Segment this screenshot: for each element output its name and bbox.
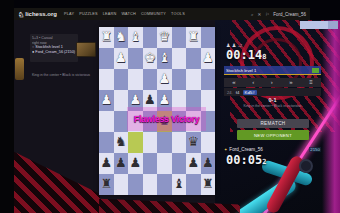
square-c2[interactable] (172, 48, 187, 69)
white-clock-tenths: 8 (262, 53, 266, 61)
rematch-button[interactable]: REMATCH (237, 119, 309, 128)
move-navigation-bar: «‹›»≡ (224, 78, 321, 87)
white-clock-time: 00:14 (226, 48, 262, 62)
search-icon[interactable]: ⌕ (251, 12, 254, 17)
new-opponent-button[interactable]: NEW OPPONENT (237, 130, 309, 140)
piece-black-queen[interactable]: ♛ (186, 132, 201, 153)
square-g3[interactable] (114, 69, 129, 90)
square-f7[interactable]: ♟ (128, 153, 143, 174)
piece-black-bishop[interactable]: ♝ (172, 174, 187, 195)
square-h5[interactable] (99, 111, 114, 132)
piece-white-pawn[interactable]: ♟ (201, 48, 216, 69)
lichess-knight-icon: ♘ (18, 11, 24, 18)
flawless-victory-text: Flawless Victory (134, 114, 200, 124)
square-g7[interactable]: ♟ (114, 153, 129, 174)
square-g5[interactable] (114, 111, 129, 132)
move-list-row: 24. f4 Kd5# (224, 88, 321, 96)
square-a1[interactable] (201, 27, 216, 48)
square-c7[interactable] (172, 153, 187, 174)
black-clock-tenths: 2 (262, 158, 266, 166)
black-move-current[interactable]: Kd5# (243, 90, 257, 95)
square-d8[interactable] (157, 174, 172, 195)
piece-black-rook[interactable]: ♜ (201, 174, 216, 195)
menu-icon[interactable]: ≡ (309, 78, 313, 87)
square-d1[interactable]: ♛ (157, 27, 172, 48)
square-d2[interactable]: ♝ (157, 48, 172, 69)
square-h8[interactable]: ♜ (99, 174, 114, 195)
game-result-score: 0-1 (224, 97, 321, 103)
piece-black-pawn[interactable]: ♟ (114, 153, 129, 174)
piece-black-rook[interactable]: ♜ (99, 174, 114, 195)
square-c8[interactable]: ♝ (172, 174, 187, 195)
square-b6[interactable]: ♛ (186, 132, 201, 153)
square-g4[interactable] (114, 90, 129, 111)
square-e1[interactable] (143, 27, 158, 48)
square-h2[interactable] (99, 48, 114, 69)
piece-white-rook[interactable]: ♜ (99, 27, 114, 48)
video-frame: ♘ lichess.org PLAYPUZZLESLEARNWATCHCOMMU… (0, 0, 340, 213)
main-menu: PLAYPUZZLESLEARNWATCHCOMMUNITYTOOLS (64, 12, 185, 16)
piece-black-knight[interactable]: ♞ (114, 132, 129, 153)
square-h6[interactable] (99, 132, 114, 153)
menu-item-learn[interactable]: LEARN (103, 12, 117, 16)
notifications-icon[interactable]: ⚐ (265, 12, 269, 17)
player-flair-icon: ✦ (224, 147, 227, 152)
piece-black-pawn[interactable]: ♟ (128, 153, 143, 174)
piece-black-pawn[interactable]: ♟ (201, 153, 216, 174)
white-clock: 00:148 (226, 48, 266, 62)
square-c1[interactable] (172, 27, 187, 48)
piece-white-queen[interactable]: ♛ (157, 27, 172, 48)
lichess-logo[interactable]: ♘ lichess.org (18, 11, 57, 18)
menu-item-puzzles[interactable]: PUZZLES (79, 12, 98, 16)
square-g6[interactable]: ♞ (114, 132, 129, 153)
menu-item-play[interactable]: PLAY (64, 12, 74, 16)
left-letterbox (0, 0, 14, 213)
square-d6[interactable] (157, 132, 172, 153)
square-f1[interactable]: ♝ (128, 27, 143, 48)
square-g2[interactable]: ♟ (114, 48, 129, 69)
black-clock: 00:052 (226, 153, 266, 167)
piece-black-pawn[interactable]: ♟ (99, 153, 114, 174)
pale-blue-box-decor (300, 21, 338, 29)
black-player-rating: 2150 (309, 147, 321, 152)
last-move-icon[interactable]: » (289, 78, 292, 87)
square-g8[interactable] (114, 174, 129, 195)
square-f8[interactable] (128, 174, 143, 195)
square-c3[interactable] (172, 69, 187, 90)
game-result-note-left: King in the center • Black is victorious (18, 73, 104, 77)
next-move-icon[interactable]: › (271, 78, 273, 87)
square-h4[interactable]: ♟ (99, 90, 114, 111)
prev-move-icon[interactable]: ‹ (252, 78, 254, 87)
flawless-victory-overlay: Flawless Victory (127, 107, 206, 131)
piece-black-pawn[interactable]: ♟ (186, 153, 201, 174)
black-clock-time: 00:05 (226, 153, 262, 167)
black-player-label[interactable]: ● Ford_Cream_56 (2150) (32, 50, 76, 55)
menu-item-community[interactable]: COMMUNITY (141, 12, 166, 16)
piece-white-king[interactable]: ♚ (143, 48, 158, 69)
move-number: 24. (227, 90, 233, 95)
square-a7[interactable]: ♟ (201, 153, 216, 174)
robot-joint (299, 159, 313, 173)
square-a6[interactable] (201, 132, 216, 153)
white-player-bar[interactable]: Stockfish level 1 (224, 66, 321, 75)
square-a2[interactable]: ♟ (201, 48, 216, 69)
square-b1[interactable]: ♜ (186, 27, 201, 48)
game-info-panel: 5+3 • Casual right now ○ Stockfish level… (30, 34, 78, 62)
square-e8[interactable] (143, 174, 158, 195)
square-a3[interactable] (201, 69, 216, 90)
square-g1[interactable]: ♞ (114, 27, 129, 48)
white-player-name: Stockfish level 1 (226, 68, 256, 73)
square-e7[interactable] (143, 153, 158, 174)
first-move-icon[interactable]: « (232, 78, 235, 87)
square-b2[interactable] (186, 48, 201, 69)
piece-white-rook[interactable]: ♜ (186, 27, 201, 48)
magenta-glow-column (322, 20, 340, 213)
piece-white-knight[interactable]: ♞ (114, 27, 129, 48)
square-e2[interactable]: ♚ (143, 48, 158, 69)
square-f3[interactable] (128, 69, 143, 90)
square-d3[interactable]: ♟ (157, 69, 172, 90)
piece-white-pawn[interactable]: ♟ (114, 48, 129, 69)
square-h1[interactable]: ♜ (99, 27, 114, 48)
lichess-logo-text: lichess.org (25, 11, 57, 17)
overlay-thumbnail (76, 42, 96, 57)
piece-white-pawn[interactable]: ♟ (99, 90, 114, 111)
piece-white-bishop[interactable]: ♝ (128, 27, 143, 48)
square-e3[interactable] (143, 69, 158, 90)
piece-white-pawn[interactable]: ♟ (157, 69, 172, 90)
black-player-bar[interactable]: ✦ Ford_Cream_56 2150 (224, 146, 321, 153)
game-result-note: King in the center • Black is victorious (224, 104, 321, 108)
square-d7[interactable] (157, 153, 172, 174)
piece-white-bishop[interactable]: ♝ (157, 48, 172, 69)
engine-level-chip (312, 68, 319, 73)
top-navbar: ♘ lichess.org PLAYPUZZLESLEARNWATCHCOMMU… (14, 8, 310, 20)
square-f6[interactable] (128, 132, 143, 153)
square-b3[interactable] (186, 69, 201, 90)
square-f2[interactable] (128, 48, 143, 69)
navbar-username[interactable]: Ford_Cream_56 (273, 12, 306, 17)
chess-board[interactable]: Flawless Victory ♜♞♝♛♜♟♚♝♟♟♟♟♟♟♚♞♛♟♟♟♟♟♜… (99, 27, 215, 195)
challenge-icon[interactable]: ✕ (257, 12, 261, 17)
square-b8[interactable] (186, 174, 201, 195)
square-a8[interactable]: ♜ (201, 174, 216, 195)
navbar-right: ⌕✕⚐Ford_Cream_56 (251, 12, 306, 17)
square-e6[interactable] (143, 132, 158, 153)
white-move[interactable]: f4 (236, 90, 240, 95)
menu-item-watch[interactable]: WATCH (121, 12, 136, 16)
black-player-name: Ford_Cream_56 (229, 147, 262, 152)
menu-item-tools[interactable]: TOOLS (171, 12, 185, 16)
square-c6[interactable] (172, 132, 187, 153)
square-b7[interactable]: ♟ (186, 153, 201, 174)
square-h7[interactable]: ♟ (99, 153, 114, 174)
